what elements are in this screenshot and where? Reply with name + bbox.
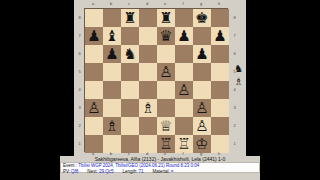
square-c2 [121, 117, 139, 135]
stat-pv: PV:Qf8 [63, 169, 78, 175]
square-e8: ♜ [157, 9, 175, 27]
piece-black-rook: ♜ [159, 9, 172, 27]
file-label-d: d [138, 1, 156, 8]
square-g8: ♚ [193, 9, 211, 27]
piece-black-queen: ♛ [159, 27, 172, 45]
piece-black-bishop: ♝ [105, 27, 118, 45]
piece-black-rook: ♜ [123, 9, 136, 27]
rank-label-5: 5 [75, 62, 84, 80]
event-label: Event : [63, 163, 77, 168]
piece-white-bishop: ♗ [105, 117, 118, 135]
piece-white-pawn: ♙ [177, 81, 190, 99]
square-e2: ♕ [157, 117, 175, 135]
square-f2 [175, 117, 193, 135]
square-c3 [121, 99, 139, 117]
rank-label-7: 7 [75, 26, 84, 44]
square-b7: ♝ [103, 27, 121, 45]
piece-black-pawn: ♟ [105, 45, 118, 63]
square-d6 [139, 45, 157, 63]
square-a2 [85, 117, 103, 135]
square-c5 [121, 63, 139, 81]
square-f8 [175, 9, 193, 27]
file-label-c: c [120, 1, 138, 8]
piece-black-king: ♚ [195, 9, 208, 27]
rank-label-2: 2 [230, 116, 239, 134]
rank-labels-left: 87654321 [75, 8, 84, 152]
file-label-e: e [156, 1, 174, 8]
square-g6: ♟ [193, 45, 211, 63]
square-e7: ♛ [157, 27, 175, 45]
piece-black-pawn: ♟ [213, 27, 226, 45]
piece-white-queen: ♕ [159, 117, 172, 135]
square-h4 [211, 81, 229, 99]
square-f3 [175, 99, 193, 117]
stat-next: Next:29.Qc5 [87, 169, 113, 175]
square-d4 [139, 81, 157, 99]
square-h2 [211, 117, 229, 135]
square-d7 [139, 27, 157, 45]
square-f5 [175, 63, 193, 81]
square-b5 [103, 63, 121, 81]
game-info-box: Event : Tbilisi WGP 2024, Tbilisi/GEO (2… [60, 162, 260, 173]
square-b6: ♟ [103, 45, 121, 63]
piece-black-pawn: ♟ [195, 45, 208, 63]
square-g4 [193, 81, 211, 99]
chess-diagram-panel: abcdefgh 87654321 ♜♜♚♟♝♛♟♟♟♞♟♙♙♙♗♙♗♕♙♖♖♔… [74, 0, 246, 156]
square-h8 [211, 9, 229, 27]
rank-label-6: 6 [230, 44, 239, 62]
rank-label-4: 4 [75, 80, 84, 98]
rank-label-1: 1 [75, 134, 84, 152]
event-value: Tbilisi WGP 2024, Tbilisi/GEO (2024.06.2… [78, 163, 199, 168]
square-d3: ♗ [139, 99, 157, 117]
rank-label-1: 1 [230, 134, 239, 152]
file-label-g: g [192, 1, 210, 8]
square-e5: ♙ [157, 63, 175, 81]
rank-label-8: 8 [75, 8, 84, 26]
stat-length: Length:71 [122, 169, 143, 175]
white-bishop-icon: ♗ [234, 75, 243, 88]
square-d2 [139, 117, 157, 135]
rank-label-8: 8 [230, 8, 239, 26]
chess-board: ♜♜♚♟♝♛♟♟♟♞♟♙♙♙♗♙♗♕♙♖♖♔ [84, 8, 228, 152]
black-knight-icon: ♞ [234, 62, 243, 75]
piece-black-knight: ♞ [123, 45, 136, 63]
rank-label-6: 6 [75, 44, 84, 62]
square-b3 [103, 99, 121, 117]
piece-white-pawn: ♙ [195, 117, 208, 135]
piece-white-bishop: ♗ [141, 99, 154, 117]
square-b2: ♗ [103, 117, 121, 135]
file-label-h: h [210, 1, 228, 8]
file-label-a: a [84, 1, 102, 8]
video-frame: abcdefgh 87654321 ♜♜♚♟♝♛♟♟♟♞♟♙♙♙♗♙♗♕♙♖♖♔… [0, 0, 320, 180]
square-d5 [139, 63, 157, 81]
square-h5 [211, 63, 229, 81]
rank-label-2: 2 [75, 116, 84, 134]
square-g3: ♙ [193, 99, 211, 117]
stats-line: PV:Qf8 Next:29.Qc5 Length:71 Material:= [63, 169, 257, 175]
square-g2: ♙ [193, 117, 211, 135]
square-f7: ♟ [175, 27, 193, 45]
rank-label-3: 3 [230, 98, 239, 116]
game-caption: Sakhibgareeva, Alfia (2132) - Javakhishv… [60, 156, 260, 180]
square-h7: ♟ [211, 27, 229, 45]
square-c4 [121, 81, 139, 99]
square-c7 [121, 27, 139, 45]
square-h3 [211, 99, 229, 117]
square-a3: ♙ [85, 99, 103, 117]
square-f4: ♙ [175, 81, 193, 99]
rank-label-3: 3 [75, 98, 84, 116]
square-a5 [85, 63, 103, 81]
square-a8 [85, 9, 103, 27]
square-b4 [103, 81, 121, 99]
square-e6 [157, 45, 175, 63]
square-g5 [193, 63, 211, 81]
square-c8: ♜ [121, 9, 139, 27]
piece-white-pawn: ♙ [159, 63, 172, 81]
piece-white-pawn: ♙ [195, 99, 208, 117]
square-e3 [157, 99, 175, 117]
square-e4 [157, 81, 175, 99]
square-a7: ♟ [85, 27, 103, 45]
piece-black-pawn: ♟ [87, 27, 100, 45]
file-label-b: b [102, 1, 120, 8]
rank-label-7: 7 [230, 26, 239, 44]
square-b8 [103, 9, 121, 27]
square-f6 [175, 45, 193, 63]
stat-material: Material:= [152, 169, 173, 175]
piece-white-pawn: ♙ [87, 99, 100, 117]
file-label-f: f [174, 1, 192, 8]
file-labels-top: abcdefgh [84, 1, 228, 8]
material-balance-tray: ♞♗ [232, 62, 245, 88]
piece-black-pawn: ♟ [177, 27, 190, 45]
square-a4 [85, 81, 103, 99]
square-g7 [193, 27, 211, 45]
square-a6 [85, 45, 103, 63]
square-c6: ♞ [121, 45, 139, 63]
square-d8 [139, 9, 157, 27]
square-h6 [211, 45, 229, 63]
